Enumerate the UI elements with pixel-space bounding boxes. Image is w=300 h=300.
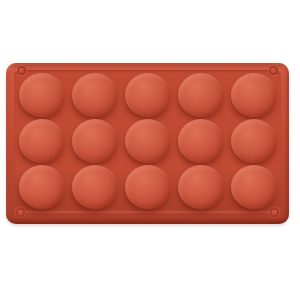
dome-cavity-r1-c3 bbox=[125, 73, 171, 117]
silicone-mold bbox=[6, 63, 289, 224]
product-photo bbox=[0, 0, 300, 300]
dome-cavity-r2-c3 bbox=[125, 119, 171, 163]
dome-cavity-r3-c4 bbox=[178, 165, 224, 209]
dome-cavity-r2-c5 bbox=[231, 119, 277, 163]
dome-cavity-r2-c4 bbox=[178, 119, 224, 163]
dome-cavity-r2-c2 bbox=[72, 119, 118, 163]
dome-cavity-r2-c1 bbox=[19, 119, 65, 163]
dome-cavity-r3-c2 bbox=[72, 165, 118, 209]
dome-cavity-r3-c1 bbox=[19, 165, 65, 209]
dome-cavity-r1-c1 bbox=[19, 73, 65, 117]
dome-grid bbox=[15, 72, 280, 210]
dome-cavity-r1-c4 bbox=[178, 73, 224, 117]
dome-cavity-r3-c5 bbox=[231, 165, 277, 209]
dome-cavity-r1-c5 bbox=[231, 73, 277, 117]
dome-cavity-r3-c3 bbox=[125, 165, 171, 209]
dome-cavity-r1-c2 bbox=[72, 73, 118, 117]
